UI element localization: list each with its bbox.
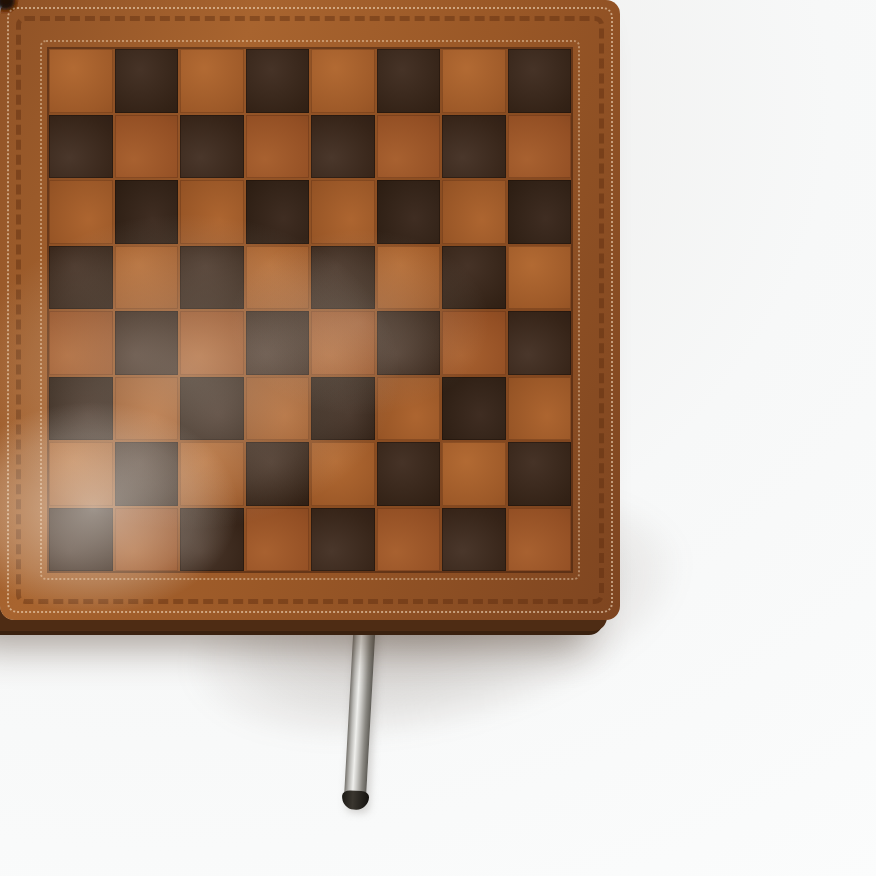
square-f6[interactable] [377,377,441,441]
square-g1[interactable] [442,49,506,113]
square-e7[interactable] [311,442,375,506]
square-g8[interactable] [442,508,506,572]
square-h7[interactable] [508,442,572,506]
square-b3[interactable] [115,180,179,244]
square-g3[interactable] [442,180,506,244]
chess-board [0,0,620,620]
square-f2[interactable] [377,115,441,179]
square-f3[interactable] [377,180,441,244]
square-b8[interactable] [115,508,179,572]
square-h8[interactable] [508,508,572,572]
square-b7[interactable] [115,442,179,506]
square-a7[interactable] [49,442,113,506]
square-e3[interactable] [311,180,375,244]
square-c6[interactable] [180,377,244,441]
board-grid [49,49,571,571]
square-g7[interactable] [442,442,506,506]
square-a8[interactable] [49,508,113,572]
square-h5[interactable] [508,311,572,375]
square-c8[interactable] [180,508,244,572]
square-e4[interactable] [311,246,375,310]
square-f8[interactable] [377,508,441,572]
square-h1[interactable] [508,49,572,113]
square-c4[interactable] [180,246,244,310]
square-b2[interactable] [115,115,179,179]
square-g5[interactable] [442,311,506,375]
square-c2[interactable] [180,115,244,179]
square-b1[interactable] [115,49,179,113]
square-e2[interactable] [311,115,375,179]
square-d5[interactable] [246,311,310,375]
square-h3[interactable] [508,180,572,244]
square-f4[interactable] [377,246,441,310]
square-b6[interactable] [115,377,179,441]
square-g4[interactable] [442,246,506,310]
square-c1[interactable] [180,49,244,113]
square-a4[interactable] [49,246,113,310]
square-a6[interactable] [49,377,113,441]
square-d6[interactable] [246,377,310,441]
square-a2[interactable] [49,115,113,179]
square-h6[interactable] [508,377,572,441]
square-h2[interactable] [508,115,572,179]
square-a3[interactable] [49,180,113,244]
square-f1[interactable] [377,49,441,113]
square-f7[interactable] [377,442,441,506]
leg-rubber-foot [341,790,369,810]
square-e6[interactable] [311,377,375,441]
square-d3[interactable] [246,180,310,244]
square-c7[interactable] [180,442,244,506]
square-c5[interactable] [180,311,244,375]
square-d7[interactable] [246,442,310,506]
square-c3[interactable] [180,180,244,244]
square-h4[interactable] [508,246,572,310]
square-e8[interactable] [311,508,375,572]
square-d4[interactable] [246,246,310,310]
scene-background: ♜♞♝♛♚♝♞♜♟♟♟♟♟♟♟♟♟♟♟♟♟♟♟♟♜♞♝♛♚♝♞♜ [0,0,876,876]
square-d2[interactable] [246,115,310,179]
square-f5[interactable] [377,311,441,375]
square-e5[interactable] [311,311,375,375]
square-g2[interactable] [442,115,506,179]
square-e1[interactable] [311,49,375,113]
square-a1[interactable] [49,49,113,113]
square-b5[interactable] [115,311,179,375]
square-d8[interactable] [246,508,310,572]
square-b4[interactable] [115,246,179,310]
square-a5[interactable] [49,311,113,375]
square-d1[interactable] [246,49,310,113]
square-g6[interactable] [442,377,506,441]
